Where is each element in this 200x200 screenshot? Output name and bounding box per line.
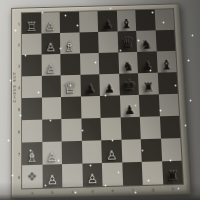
- white-pawn[interactable]: ♙: [45, 21, 56, 33]
- square-f5[interactable]: [101, 117, 121, 140]
- square-c8[interactable]: ♝: [156, 51, 176, 73]
- white-rook[interactable]: ♖: [26, 20, 37, 33]
- black-knight[interactable]: ♞: [140, 38, 152, 51]
- board-grid: ♖♙♟♝♙♗♛♞♙♞♟♝♕♟♟♚♜♟♗♙♙❖♙♙♜: [22, 9, 183, 188]
- square-f4[interactable]: [81, 118, 101, 141]
- square-d7[interactable]: ♜: [138, 73, 158, 95]
- square-f1[interactable]: [22, 120, 42, 143]
- square-b6[interactable]: ♛: [117, 31, 137, 53]
- square-d6[interactable]: ♚: [119, 73, 139, 95]
- file-label-h: h: [163, 184, 184, 194]
- square-b5[interactable]: [98, 31, 118, 53]
- square-a6[interactable]: ♝: [116, 10, 136, 31]
- white-queen[interactable]: ♕: [63, 80, 78, 96]
- square-b3[interactable]: ♗: [60, 32, 80, 54]
- square-e2[interactable]: [41, 97, 61, 120]
- black-pawn[interactable]: ♟: [104, 83, 115, 95]
- square-a5[interactable]: ♟: [98, 11, 118, 32]
- square-h7[interactable]: [142, 161, 163, 185]
- square-g3[interactable]: [62, 141, 82, 164]
- photo-noise-speckles: [0, 0, 1, 1]
- square-f7[interactable]: [140, 116, 161, 139]
- square-g4[interactable]: [81, 140, 101, 163]
- white-pawn[interactable]: ♙: [46, 151, 57, 164]
- black-bishop[interactable]: ♝: [120, 17, 133, 31]
- file-label-d: d: [82, 186, 102, 196]
- square-h8[interactable]: ♜: [162, 161, 183, 185]
- square-h5[interactable]: [102, 162, 123, 186]
- square-c3[interactable]: [60, 53, 80, 75]
- black-pawn[interactable]: ♟: [124, 104, 135, 116]
- square-e4[interactable]: [80, 96, 100, 119]
- square-f8[interactable]: [159, 116, 180, 139]
- black-pawn[interactable]: ♟: [85, 83, 96, 95]
- black-rook[interactable]: ♜: [166, 169, 179, 183]
- square-c2[interactable]: ♙: [41, 54, 61, 76]
- file-label-c: c: [62, 187, 82, 197]
- square-h2[interactable]: ♙: [42, 164, 62, 188]
- square-c5[interactable]: [99, 52, 119, 74]
- square-b8[interactable]: [155, 30, 175, 52]
- black-bishop[interactable]: ♝: [160, 58, 173, 72]
- white-pawn[interactable]: ♙: [45, 63, 56, 75]
- square-f2[interactable]: [42, 119, 62, 142]
- file-label-a: a: [22, 188, 42, 198]
- square-g8[interactable]: [161, 138, 182, 161]
- white-bishop[interactable]: ♗: [26, 149, 39, 164]
- square-f6[interactable]: [120, 117, 141, 140]
- square-c6[interactable]: ♞: [118, 52, 138, 74]
- white-pawn[interactable]: ♙: [106, 149, 117, 162]
- square-h4[interactable]: ♙: [82, 163, 103, 187]
- square-a2[interactable]: ♙: [41, 12, 60, 33]
- square-c4[interactable]: [80, 53, 100, 75]
- photo-stage: CHESS SET 12345678 ♖♙♟♝♙♗♛♞♙♞♟♝♕♟♟♚♜♟♗♙♙…: [0, 0, 200, 200]
- file-label-g: g: [143, 184, 164, 194]
- white-bishop[interactable]: ♗: [64, 39, 77, 53]
- black-knight[interactable]: ♞: [122, 60, 134, 73]
- white-pawn[interactable]: ♙: [87, 173, 98, 186]
- square-g6[interactable]: [121, 139, 142, 162]
- square-h1[interactable]: ❖: [22, 165, 42, 189]
- square-a3[interactable]: [60, 12, 79, 33]
- square-b7[interactable]: ♞: [136, 30, 156, 52]
- white-pawn[interactable]: ♙: [45, 42, 56, 54]
- file-label-e: e: [103, 186, 123, 196]
- black-pawn[interactable]: ♟: [142, 60, 153, 72]
- square-d4[interactable]: ♟: [80, 74, 100, 96]
- square-e5[interactable]: [100, 95, 120, 118]
- chess-board: CHESS SET 12345678 ♖♙♟♝♙♗♛♞♙♞♟♝♕♟♟♚♜♟♗♙♙…: [11, 3, 191, 199]
- square-h3[interactable]: [62, 164, 82, 188]
- square-a8[interactable]: [154, 9, 174, 30]
- square-a7[interactable]: [135, 10, 155, 31]
- file-label-b: b: [42, 187, 62, 197]
- black-king[interactable]: ♚: [121, 78, 136, 94]
- square-d8[interactable]: [157, 72, 178, 94]
- square-d2[interactable]: [41, 75, 61, 97]
- black-rook[interactable]: ♜: [142, 81, 154, 94]
- square-e1[interactable]: [22, 98, 42, 121]
- square-b1[interactable]: [22, 33, 41, 55]
- square-e3[interactable]: [61, 96, 81, 119]
- file-label-f: f: [123, 185, 143, 195]
- square-d1[interactable]: [22, 76, 42, 98]
- square-c7[interactable]: ♟: [137, 51, 157, 73]
- square-b4[interactable]: [79, 32, 99, 54]
- square-d3[interactable]: ♕: [61, 75, 81, 97]
- square-f3[interactable]: [61, 119, 81, 142]
- square-g2[interactable]: ♙: [42, 141, 62, 164]
- square-h6[interactable]: [122, 162, 143, 186]
- square-e7[interactable]: [139, 94, 160, 117]
- square-e6[interactable]: ♟: [119, 95, 139, 118]
- white-pawn[interactable]: ♙: [47, 174, 58, 187]
- square-a1[interactable]: ♖: [22, 13, 41, 34]
- white-king-top-view[interactable]: ❖: [27, 171, 38, 183]
- black-queen[interactable]: ♛: [120, 36, 135, 52]
- square-g5[interactable]: ♙: [101, 140, 122, 163]
- black-pawn[interactable]: ♟: [102, 19, 113, 31]
- square-g7[interactable]: [141, 139, 162, 162]
- square-e8[interactable]: [158, 94, 179, 117]
- square-g1[interactable]: ♗: [22, 142, 42, 165]
- square-c1[interactable]: [22, 55, 41, 77]
- square-b2[interactable]: ♙: [41, 33, 60, 55]
- square-a4[interactable]: [79, 11, 98, 32]
- square-d5[interactable]: ♟: [99, 74, 119, 96]
